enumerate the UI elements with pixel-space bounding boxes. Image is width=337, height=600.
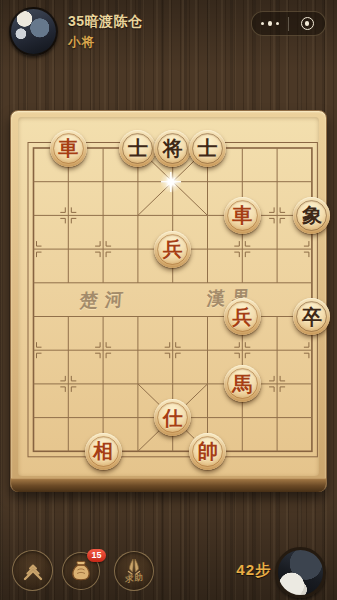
piece-character: 象 bbox=[302, 205, 322, 225]
piece-character: 馬 bbox=[232, 374, 252, 394]
piece-red-advisor[interactable]: 仕 bbox=[154, 399, 191, 436]
piece-black-elephant[interactable]: 象 bbox=[293, 197, 330, 234]
piece-character: 相 bbox=[93, 441, 113, 461]
piece-black-general[interactable]: 将 bbox=[154, 130, 191, 167]
rank-subtitle: 小将 bbox=[68, 34, 95, 51]
wechat-capsule bbox=[251, 11, 326, 36]
piece-character: 兵 bbox=[232, 307, 252, 327]
piece-red-general[interactable]: 帥 bbox=[189, 433, 226, 470]
player-avatar[interactable] bbox=[9, 7, 58, 56]
piece-character: 車 bbox=[232, 205, 252, 225]
river-label-left: 楚河 bbox=[79, 287, 131, 313]
money-bag-icon bbox=[68, 558, 94, 584]
piece-character: 将 bbox=[163, 138, 183, 158]
ellipsis-icon bbox=[268, 21, 273, 26]
piece-character: 士 bbox=[128, 138, 148, 158]
piece-red-chariot[interactable]: 車 bbox=[224, 197, 261, 234]
level-title: 35暗渡陈仓 bbox=[68, 13, 143, 31]
opponent-avatar[interactable] bbox=[275, 547, 326, 598]
circle-dot-icon bbox=[301, 17, 314, 30]
xiangqi-board[interactable]: 楚河 漢界 車士将士車象兵兵卒馬仕相帥 bbox=[10, 110, 327, 492]
step-counter: 42步 bbox=[236, 561, 271, 580]
piece-character: 士 bbox=[198, 138, 218, 158]
piece-red-soldier[interactable]: 兵 bbox=[154, 231, 191, 268]
chevron-stack-icon bbox=[21, 560, 45, 582]
piece-red-soldier[interactable]: 兵 bbox=[224, 298, 261, 335]
piece-red-horse[interactable]: 馬 bbox=[224, 365, 261, 402]
ellipsis-icon bbox=[261, 22, 264, 25]
hint-bag-button[interactable]: 15 bbox=[62, 552, 100, 590]
piece-black-advisor[interactable]: 士 bbox=[119, 130, 156, 167]
ellipsis-icon bbox=[276, 22, 279, 25]
xiangqi-app-screen: 35暗渡陈仓 小将 楚河 漢界 車士将士車象兵兵卒馬仕相帥 bbox=[0, 0, 337, 600]
piece-character: 仕 bbox=[163, 408, 183, 428]
piece-character: 卒 bbox=[302, 307, 322, 327]
menu-button[interactable] bbox=[12, 550, 53, 591]
more-options-button[interactable] bbox=[252, 12, 288, 35]
help-button[interactable]: 求助 bbox=[114, 551, 154, 591]
piece-character: 帥 bbox=[198, 441, 218, 461]
help-label: 求助 bbox=[124, 572, 143, 587]
board-edge bbox=[11, 478, 326, 492]
piece-character: 兵 bbox=[163, 239, 183, 259]
hint-count-badge: 15 bbox=[87, 549, 106, 562]
piece-character: 車 bbox=[58, 138, 78, 158]
minimize-button[interactable] bbox=[289, 12, 325, 35]
piece-red-chariot[interactable]: 車 bbox=[50, 130, 87, 167]
piece-red-elephant[interactable]: 相 bbox=[85, 433, 122, 470]
piece-black-advisor[interactable]: 士 bbox=[189, 130, 226, 167]
